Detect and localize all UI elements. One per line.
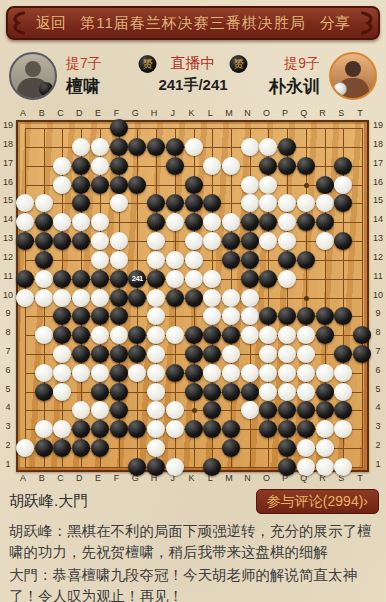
black-stone (110, 157, 128, 175)
coord-letter: M (222, 108, 236, 118)
black-stone (185, 213, 203, 231)
white-stone (110, 232, 128, 250)
white-stone (241, 364, 259, 382)
back-button[interactable]: 返回 (36, 8, 66, 38)
white-stone (166, 326, 184, 344)
coord-number: 12 (371, 252, 385, 262)
black-stone (241, 270, 259, 288)
white-stone (241, 176, 259, 194)
coord-letter: N (241, 108, 255, 118)
coord-number: 14 (1, 214, 15, 224)
black-stone (53, 232, 71, 250)
share-button[interactable]: 分享 (320, 8, 350, 38)
move-counter: 241手/241 (158, 76, 227, 95)
black-stone (222, 232, 240, 250)
black-stone (222, 420, 240, 438)
black-stone (147, 458, 165, 476)
star-point (192, 408, 197, 413)
white-stone (278, 345, 296, 363)
black-stone (110, 307, 128, 325)
comment-stream: 胡跃峰：黑棋在不利的局面下顽强逆转，充分的展示了檀啸的功力，先祝贺檀啸，稍后我带… (0, 521, 386, 602)
coord-letter: Q (297, 108, 311, 118)
white-stone (241, 307, 259, 325)
white-stone (278, 270, 296, 288)
black-stone (203, 326, 221, 344)
black-stone (147, 270, 165, 288)
coord-letter: R (316, 108, 330, 118)
white-stone (297, 326, 315, 344)
white-stone (241, 326, 259, 344)
black-stone (278, 138, 296, 156)
white-stone (222, 157, 240, 175)
black-stone (91, 307, 109, 325)
black-stone (334, 307, 352, 325)
coord-letter: B (35, 108, 49, 118)
white-stone (259, 194, 277, 212)
white-stone (91, 326, 109, 344)
white-stone (147, 420, 165, 438)
black-stone (203, 345, 221, 363)
white-stone (203, 157, 221, 175)
coord-number: 11 (1, 271, 15, 281)
black-stone (128, 420, 146, 438)
coord-number: 8 (371, 327, 385, 337)
white-stone (91, 138, 109, 156)
coord-number: 10 (371, 290, 385, 300)
coord-number: 14 (371, 214, 385, 224)
black-stone (278, 458, 296, 476)
white-stone (259, 138, 277, 156)
white-stone (147, 364, 165, 382)
black-stone: 241 (128, 270, 146, 288)
white-stone (110, 251, 128, 269)
coord-letter: G (128, 108, 142, 118)
black-stone (166, 157, 184, 175)
white-stone (16, 194, 34, 212)
white-stone (259, 326, 277, 344)
white-stone (35, 194, 53, 212)
black-stone (297, 401, 315, 419)
coord-number: 15 (1, 195, 15, 205)
coord-letter: T (353, 473, 367, 483)
white-stone (222, 213, 240, 231)
black-stone (128, 345, 146, 363)
black-stone (185, 420, 203, 438)
coord-letter: D (72, 108, 86, 118)
white-stone (72, 213, 90, 231)
white-stone (16, 289, 34, 307)
white-stone (241, 289, 259, 307)
white-stone (203, 213, 221, 231)
black-stone (35, 439, 53, 457)
white-stone (166, 251, 184, 269)
black-stone (334, 232, 352, 250)
black-stone (353, 326, 371, 344)
coord-number: 1 (371, 459, 385, 469)
coord-letter: S (334, 108, 348, 118)
white-stone (147, 439, 165, 457)
black-stone (91, 270, 109, 288)
black-stone (147, 138, 165, 156)
white-stone (334, 364, 352, 382)
white-stone (147, 289, 165, 307)
white-stone (53, 345, 71, 363)
white-stone (185, 251, 203, 269)
commenter-names: 胡跃峰.大門 (9, 492, 88, 511)
black-stone (316, 213, 334, 231)
black-stone (241, 213, 259, 231)
black-stone (110, 383, 128, 401)
white-stone (53, 289, 71, 307)
black-stone (241, 383, 259, 401)
coord-number: 4 (371, 402, 385, 412)
white-stone (91, 232, 109, 250)
black-stone (91, 439, 109, 457)
black-stone (166, 364, 184, 382)
black-stone (72, 194, 90, 212)
black-stone (16, 270, 34, 288)
white-stone (147, 345, 165, 363)
coord-letter: D (72, 473, 86, 483)
coord-number: 2 (1, 440, 15, 450)
white-stone (297, 458, 315, 476)
white-stone (259, 364, 277, 382)
coord-number: 4 (1, 402, 15, 412)
black-stone (110, 138, 128, 156)
white-stone (297, 383, 315, 401)
white-stone (316, 364, 334, 382)
coord-number: 6 (1, 365, 15, 375)
coord-letter: M (222, 473, 236, 483)
avatar-figure (25, 61, 41, 77)
coord-number: 9 (371, 308, 385, 318)
coord-number: 18 (1, 139, 15, 149)
white-captures-label: 提9子 (284, 55, 320, 73)
black-stone (35, 383, 53, 401)
comment-line: 大門：恭喜檀啸九段夺冠！今天胡老师的解说简直太神了！令人叹为观止！再见！ (9, 565, 377, 602)
black-stone (72, 439, 90, 457)
white-stone (91, 289, 109, 307)
white-stone (91, 364, 109, 382)
black-stone (166, 194, 184, 212)
black-stone (203, 401, 221, 419)
black-player-info: 提7子 檀啸 (66, 55, 102, 98)
coord-letter: P (278, 108, 292, 118)
coord-letter: K (185, 473, 199, 483)
white-stone (53, 157, 71, 175)
white-stone (72, 364, 90, 382)
black-stone (185, 383, 203, 401)
black-stone (259, 307, 277, 325)
black-stone (316, 401, 334, 419)
black-stone (334, 345, 352, 363)
white-stone (185, 138, 203, 156)
white-stone (297, 439, 315, 457)
black-stone (334, 157, 352, 175)
black-stone (53, 439, 71, 457)
white-stone (147, 232, 165, 250)
white-stone (16, 213, 34, 231)
coord-number: 1 (1, 459, 15, 469)
white-stone (35, 326, 53, 344)
white-stone (241, 401, 259, 419)
black-stone (35, 213, 53, 231)
black-stone (110, 289, 128, 307)
white-stone (147, 401, 165, 419)
coord-number: 17 (371, 158, 385, 168)
coord-number: 8 (1, 327, 15, 337)
black-stone (110, 364, 128, 382)
black-stone (53, 307, 71, 325)
coord-number: 16 (371, 177, 385, 187)
coord-number: 11 (371, 271, 385, 281)
black-stone (203, 383, 221, 401)
white-stone (91, 401, 109, 419)
white-stone (91, 157, 109, 175)
coord-letter: N (241, 473, 255, 483)
black-stone (259, 270, 277, 288)
white-stone (334, 383, 352, 401)
coord-letter: A (16, 108, 30, 118)
white-stone (72, 401, 90, 419)
move-number-label: 241 (132, 274, 143, 283)
coord-letter: H (147, 108, 161, 118)
black-stone (53, 326, 71, 344)
white-stone (278, 326, 296, 344)
black-stone (334, 194, 352, 212)
white-stone (147, 383, 165, 401)
white-stone (278, 364, 296, 382)
black-stone (91, 176, 109, 194)
white-stone (110, 326, 128, 344)
white-stone (222, 364, 240, 382)
black-stone (278, 420, 296, 438)
white-stone (241, 138, 259, 156)
white-stone (91, 251, 109, 269)
white-stone (203, 307, 221, 325)
coord-letter: B (35, 473, 49, 483)
white-stone (72, 289, 90, 307)
coord-number: 12 (1, 252, 15, 262)
coord-number: 13 (371, 233, 385, 243)
coord-letter: L (203, 108, 217, 118)
stone-emblem-icon: 赟 (139, 55, 157, 73)
black-stone (297, 213, 315, 231)
white-stone (91, 213, 109, 231)
live-label: 直播中 (171, 54, 216, 73)
coord-number: 13 (1, 233, 15, 243)
black-stone (128, 176, 146, 194)
star-point (304, 296, 309, 301)
join-comments-button[interactable]: 参与评论(2994)› (256, 489, 379, 514)
black-stone (72, 270, 90, 288)
coord-letter: J (166, 108, 180, 118)
black-stone (185, 326, 203, 344)
coord-number: 7 (371, 346, 385, 356)
coord-number: 19 (371, 120, 385, 130)
coord-number: 6 (371, 365, 385, 375)
comment-line: 胡跃峰：黑棋在不利的局面下顽强逆转，充分的展示了檀啸的功力，先祝贺檀啸，稍后我带… (9, 521, 377, 563)
black-stone (278, 157, 296, 175)
black-stone (147, 213, 165, 231)
coord-number: 19 (1, 120, 15, 130)
white-stone (35, 289, 53, 307)
white-stone (203, 289, 221, 307)
black-stone (128, 138, 146, 156)
white-stone (259, 232, 277, 250)
white-stone (166, 458, 184, 476)
players-panel: 提7子 檀啸 赟 直播中 赟 241手/241 提9子 朴永训 (0, 48, 386, 108)
coord-number: 18 (371, 139, 385, 149)
black-stone (35, 232, 53, 250)
black-stone (222, 251, 240, 269)
coord-letter: E (91, 108, 105, 118)
black-stone (203, 458, 221, 476)
white-stone (297, 345, 315, 363)
black-stone (259, 213, 277, 231)
black-stone-badge-icon (39, 82, 53, 96)
white-stone (53, 176, 71, 194)
coord-number: 5 (371, 384, 385, 394)
black-stone (72, 307, 90, 325)
white-stone (203, 232, 221, 250)
black-stone (316, 176, 334, 194)
coord-number: 3 (371, 421, 385, 431)
coord-letter: T (353, 108, 367, 118)
black-stone (278, 439, 296, 457)
white-stone (241, 194, 259, 212)
white-stone (278, 383, 296, 401)
scroll-ornament-left (10, 10, 28, 36)
black-stone (110, 176, 128, 194)
white-stone (316, 439, 334, 457)
black-stone (72, 326, 90, 344)
black-stone (222, 439, 240, 457)
white-stone (147, 251, 165, 269)
black-stone (297, 157, 315, 175)
black-stone (316, 383, 334, 401)
white-stone (166, 270, 184, 288)
black-stone (185, 176, 203, 194)
black-stone (128, 289, 146, 307)
black-stone (222, 383, 240, 401)
white-stone (35, 420, 53, 438)
black-player-avatar[interactable] (9, 52, 57, 100)
coord-letter: F (110, 108, 124, 118)
black-stone (128, 326, 146, 344)
white-stone (278, 232, 296, 250)
white-stone (316, 458, 334, 476)
white-stone (222, 289, 240, 307)
white-stone (53, 364, 71, 382)
white-player-avatar[interactable] (329, 52, 377, 100)
white-stone (185, 232, 203, 250)
coord-number: 5 (1, 384, 15, 394)
black-stone (185, 364, 203, 382)
white-stone (128, 364, 146, 382)
white-stone (35, 270, 53, 288)
black-stone (35, 251, 53, 269)
white-stone (53, 213, 71, 231)
coord-letter: O (259, 108, 273, 118)
black-stone (72, 420, 90, 438)
black-stone (278, 401, 296, 419)
scroll-ornament-right (358, 10, 376, 36)
go-board[interactable]: 241 (16, 120, 369, 472)
white-stone (259, 176, 277, 194)
coord-letter: E (91, 473, 105, 483)
live-status: 赟 直播中 赟 241手/241 (139, 54, 248, 95)
coord-letter: A (16, 473, 30, 483)
black-stone (91, 420, 109, 438)
white-stone (334, 458, 352, 476)
black-stone (297, 307, 315, 325)
black-stone (316, 307, 334, 325)
white-stone (203, 364, 221, 382)
stone-emblem-icon: 赟 (230, 55, 248, 73)
black-stone (334, 401, 352, 419)
black-stone (278, 307, 296, 325)
black-stone (316, 326, 334, 344)
white-stone (316, 420, 334, 438)
black-stone (16, 232, 34, 250)
go-board-area: ABCDEFGHJKLMNOPQRST ABCDEFGHJKLMNOPQRST … (0, 108, 386, 485)
black-stone (166, 289, 184, 307)
white-stone (316, 194, 334, 212)
white-stone (147, 326, 165, 344)
black-stone (185, 345, 203, 363)
black-player-name: 檀啸 (66, 75, 102, 98)
white-stone (166, 401, 184, 419)
black-stone (297, 251, 315, 269)
white-stone-badge-icon (333, 82, 347, 96)
coord-number: 2 (371, 440, 385, 450)
white-stone (222, 345, 240, 363)
coord-letter: C (53, 473, 67, 483)
black-stone (72, 345, 90, 363)
white-stone (185, 270, 203, 288)
white-stone (35, 364, 53, 382)
page-title: 第11届春兰杯决赛三番棋决胜局 (80, 14, 306, 33)
star-point (304, 183, 309, 188)
black-stone (241, 232, 259, 250)
white-stone (259, 383, 277, 401)
black-stone (259, 157, 277, 175)
black-stone (110, 345, 128, 363)
black-stone (128, 458, 146, 476)
black-stone (72, 157, 90, 175)
white-stone (278, 213, 296, 231)
header-bar: 返回 第11届春兰杯决赛三番棋决胜局 分享 (6, 6, 380, 40)
coord-number: 3 (1, 421, 15, 431)
black-stone (259, 420, 277, 438)
black-stone (278, 251, 296, 269)
black-stone (72, 232, 90, 250)
black-stone (110, 401, 128, 419)
black-stone (353, 345, 371, 363)
coord-number: 15 (371, 195, 385, 205)
white-stone (16, 439, 34, 457)
black-stone (297, 420, 315, 438)
coord-letter: O (259, 473, 273, 483)
black-stone (110, 119, 128, 137)
white-player-info: 提9子 朴永训 (269, 55, 320, 98)
comment-bar: 胡跃峰.大門 参与评论(2994)› (0, 489, 386, 515)
coord-number: 10 (1, 290, 15, 300)
white-stone (203, 270, 221, 288)
white-player-name: 朴永训 (269, 75, 320, 98)
black-stone (72, 176, 90, 194)
